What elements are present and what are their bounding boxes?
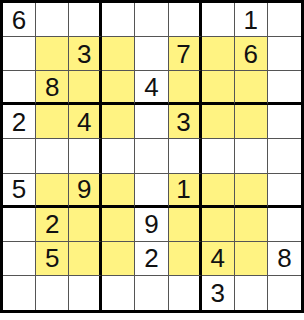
cell-r7c2[interactable]: 2 bbox=[36, 208, 69, 242]
cell-r3c5[interactable]: 4 bbox=[135, 71, 168, 105]
cell-r8c1[interactable] bbox=[3, 242, 36, 276]
cell-r8c9[interactable]: 8 bbox=[268, 242, 301, 276]
cell-r5c5[interactable] bbox=[135, 139, 168, 173]
cell-r6c1[interactable]: 5 bbox=[3, 174, 36, 208]
cell-r5c8[interactable] bbox=[235, 139, 268, 173]
cell-r4c3[interactable]: 4 bbox=[69, 105, 102, 139]
cell-r7c8[interactable] bbox=[235, 208, 268, 242]
cell-r5c4[interactable] bbox=[102, 139, 135, 173]
cell-r2c1[interactable] bbox=[3, 37, 36, 71]
cell-r9c3[interactable] bbox=[69, 276, 102, 310]
cell-r1c5[interactable] bbox=[135, 3, 168, 37]
cell-r3c9[interactable] bbox=[268, 71, 301, 105]
cell-r9c1[interactable] bbox=[3, 276, 36, 310]
cell-r6c5[interactable] bbox=[135, 174, 168, 208]
cell-r8c8[interactable] bbox=[235, 242, 268, 276]
cell-r5c1[interactable] bbox=[3, 139, 36, 173]
cell-r1c4[interactable] bbox=[102, 3, 135, 37]
cell-r2c7[interactable] bbox=[202, 37, 235, 71]
cell-r9c8[interactable] bbox=[235, 276, 268, 310]
cell-r4c1[interactable]: 2 bbox=[3, 105, 36, 139]
cell-r7c1[interactable] bbox=[3, 208, 36, 242]
cell-r4c4[interactable] bbox=[102, 105, 135, 139]
cell-r7c7[interactable] bbox=[202, 208, 235, 242]
cell-r9c6[interactable] bbox=[169, 276, 202, 310]
sudoku-board: 61376842435912952483 bbox=[0, 0, 304, 313]
cell-r9c9[interactable] bbox=[268, 276, 301, 310]
cell-r8c7[interactable]: 4 bbox=[202, 242, 235, 276]
cell-r6c2[interactable] bbox=[36, 174, 69, 208]
cell-r2c2[interactable] bbox=[36, 37, 69, 71]
cell-r5c2[interactable] bbox=[36, 139, 69, 173]
cell-r3c8[interactable] bbox=[235, 71, 268, 105]
cell-r6c9[interactable] bbox=[268, 174, 301, 208]
cell-r7c6[interactable] bbox=[169, 208, 202, 242]
cell-r7c9[interactable] bbox=[268, 208, 301, 242]
cell-r4c8[interactable] bbox=[235, 105, 268, 139]
cell-r3c4[interactable] bbox=[102, 71, 135, 105]
cell-r3c3[interactable] bbox=[69, 71, 102, 105]
cell-r8c3[interactable] bbox=[69, 242, 102, 276]
cell-r3c7[interactable] bbox=[202, 71, 235, 105]
cell-r2c9[interactable] bbox=[268, 37, 301, 71]
cell-r9c5[interactable] bbox=[135, 276, 168, 310]
cell-r8c4[interactable] bbox=[102, 242, 135, 276]
cell-r3c2[interactable]: 8 bbox=[36, 71, 69, 105]
cell-r2c5[interactable] bbox=[135, 37, 168, 71]
cell-r1c9[interactable] bbox=[268, 3, 301, 37]
cell-r4c7[interactable] bbox=[202, 105, 235, 139]
cell-r3c1[interactable] bbox=[3, 71, 36, 105]
cell-r6c3[interactable]: 9 bbox=[69, 174, 102, 208]
cell-r8c6[interactable] bbox=[169, 242, 202, 276]
cell-r5c6[interactable] bbox=[169, 139, 202, 173]
cell-r4c9[interactable] bbox=[268, 105, 301, 139]
cell-r5c3[interactable] bbox=[69, 139, 102, 173]
cell-r7c3[interactable] bbox=[69, 208, 102, 242]
cell-r4c2[interactable] bbox=[36, 105, 69, 139]
cell-r4c5[interactable] bbox=[135, 105, 168, 139]
cell-r1c1[interactable]: 6 bbox=[3, 3, 36, 37]
cell-r1c2[interactable] bbox=[36, 3, 69, 37]
cell-r1c6[interactable] bbox=[169, 3, 202, 37]
cell-r2c6[interactable]: 7 bbox=[169, 37, 202, 71]
cell-r5c9[interactable] bbox=[268, 139, 301, 173]
cell-r1c7[interactable] bbox=[202, 3, 235, 37]
cell-r2c8[interactable]: 6 bbox=[235, 37, 268, 71]
cell-r3c6[interactable] bbox=[169, 71, 202, 105]
cell-r1c8[interactable]: 1 bbox=[235, 3, 268, 37]
cell-r6c7[interactable] bbox=[202, 174, 235, 208]
cell-r4c6[interactable]: 3 bbox=[169, 105, 202, 139]
cell-r8c2[interactable]: 5 bbox=[36, 242, 69, 276]
cell-r8c5[interactable]: 2 bbox=[135, 242, 168, 276]
cell-r2c3[interactable]: 3 bbox=[69, 37, 102, 71]
cell-r6c6[interactable]: 1 bbox=[169, 174, 202, 208]
cell-r7c4[interactable] bbox=[102, 208, 135, 242]
cell-r1c3[interactable] bbox=[69, 3, 102, 37]
cell-r5c7[interactable] bbox=[202, 139, 235, 173]
cell-r9c7[interactable]: 3 bbox=[202, 276, 235, 310]
cell-r7c5[interactable]: 9 bbox=[135, 208, 168, 242]
cell-r2c4[interactable] bbox=[102, 37, 135, 71]
cell-r6c4[interactable] bbox=[102, 174, 135, 208]
cell-r9c2[interactable] bbox=[36, 276, 69, 310]
cell-r6c8[interactable] bbox=[235, 174, 268, 208]
cell-r9c4[interactable] bbox=[102, 276, 135, 310]
sudoku-page: 61376842435912952483 bbox=[0, 0, 304, 320]
